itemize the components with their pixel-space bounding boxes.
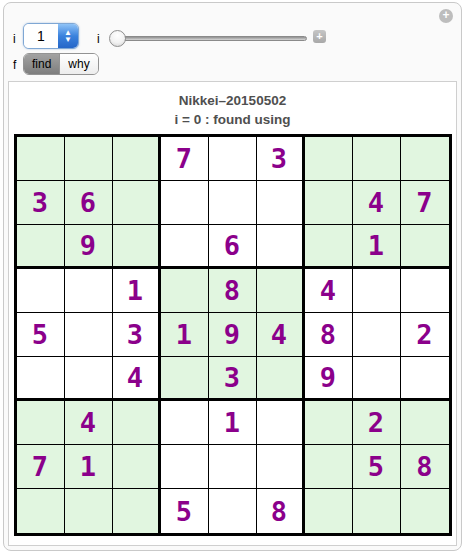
sudoku-cell: 4 — [65, 401, 113, 445]
sudoku-cell — [209, 181, 257, 225]
sudoku-cell: 5 — [353, 445, 401, 489]
sudoku-cell — [65, 357, 113, 401]
sudoku-cell — [209, 137, 257, 181]
sudoku-cell: 7 — [161, 137, 209, 181]
sudoku-cell — [353, 313, 401, 357]
sudoku-cell — [305, 401, 353, 445]
sudoku-cell — [113, 137, 161, 181]
sudoku-cell: 2 — [401, 313, 449, 357]
sudoku-cell: 9 — [305, 357, 353, 401]
slider-label: i — [97, 32, 100, 46]
sudoku-cell — [305, 225, 353, 269]
sudoku-cell — [401, 401, 449, 445]
sudoku-cell — [161, 445, 209, 489]
setter-label: f — [13, 58, 16, 72]
puzzle-title: Nikkei–20150502 — [9, 93, 456, 108]
sudoku-cell: 7 — [401, 181, 449, 225]
sudoku-cell — [17, 137, 65, 181]
function-setter-bar[interactable]: find why — [23, 53, 99, 75]
stepper-down-icon[interactable]: ▼ — [64, 36, 72, 43]
sudoku-cell — [257, 181, 305, 225]
sudoku-cell — [113, 181, 161, 225]
sudoku-cell — [257, 225, 305, 269]
sudoku-cell — [305, 137, 353, 181]
sudoku-cell: 9 — [65, 225, 113, 269]
index-slider[interactable] — [111, 36, 307, 41]
sudoku-cell: 3 — [17, 181, 65, 225]
sudoku-cell — [65, 137, 113, 181]
sudoku-cell — [401, 357, 449, 401]
sudoku-cell — [401, 225, 449, 269]
stepper-arrows[interactable]: ▲ ▼ — [58, 24, 78, 48]
sudoku-cell — [353, 269, 401, 313]
sudoku-cell — [17, 357, 65, 401]
sudoku-cell — [161, 181, 209, 225]
manipulate-window: i 1 ▲ ▼ i + f find why + Nikkei–20150502… — [3, 2, 462, 551]
sudoku-cell: 3 — [257, 137, 305, 181]
sudoku-cell: 1 — [353, 225, 401, 269]
sudoku-cell: 8 — [257, 489, 305, 533]
sudoku-cell: 3 — [113, 313, 161, 357]
index-stepper[interactable]: 1 ▲ ▼ — [23, 23, 79, 49]
sudoku-cell — [65, 489, 113, 533]
sudoku-cell: 4 — [353, 181, 401, 225]
sudoku-cell — [257, 445, 305, 489]
sudoku-cell: 5 — [161, 489, 209, 533]
sudoku-cell — [17, 225, 65, 269]
find-button[interactable]: find — [24, 54, 60, 74]
sudoku-cell: 4 — [305, 269, 353, 313]
manipulate-options-icon[interactable]: + — [439, 9, 453, 23]
output-panel: Nikkei–20150502 i = 0 : found using 7336… — [8, 81, 457, 546]
sudoku-cell: 2 — [353, 401, 401, 445]
sudoku-cell: 4 — [113, 357, 161, 401]
stepper-value: 1 — [24, 24, 58, 48]
sudoku-cell — [305, 445, 353, 489]
sudoku-cell: 9 — [209, 313, 257, 357]
sudoku-cell: 8 — [401, 445, 449, 489]
sudoku-cell: 3 — [209, 357, 257, 401]
sudoku-cell: 1 — [65, 445, 113, 489]
sudoku-cell — [353, 137, 401, 181]
sudoku-cell — [305, 181, 353, 225]
sudoku-cell — [65, 313, 113, 357]
sudoku-cell — [161, 401, 209, 445]
sudoku-cell — [257, 269, 305, 313]
sudoku-cell — [113, 489, 161, 533]
sudoku-cell — [257, 357, 305, 401]
sudoku-cell — [161, 269, 209, 313]
sudoku-cell — [257, 401, 305, 445]
slider-expand-button[interactable]: + — [313, 30, 326, 43]
sudoku-cell — [209, 489, 257, 533]
sudoku-cell: 8 — [305, 313, 353, 357]
slider-thumb[interactable] — [109, 30, 126, 47]
sudoku-cell: 7 — [17, 445, 65, 489]
sudoku-cell — [209, 445, 257, 489]
sudoku-cell: 4 — [257, 313, 305, 357]
sudoku-cell — [353, 357, 401, 401]
sudoku-cell — [353, 489, 401, 533]
sudoku-cell: 8 — [209, 269, 257, 313]
puzzle-subtitle: i = 0 : found using — [9, 112, 456, 127]
sudoku-cell — [113, 401, 161, 445]
why-button[interactable]: why — [60, 54, 97, 74]
sudoku-cell — [17, 489, 65, 533]
sudoku-grid: 7336479611845319482439412715858 — [14, 134, 452, 536]
sudoku-cell — [401, 137, 449, 181]
grid-wrapper: 7336479611845319482439412715858 — [9, 134, 456, 536]
sudoku-cell — [17, 401, 65, 445]
sudoku-cell — [113, 225, 161, 269]
sudoku-cell: 1 — [161, 313, 209, 357]
sudoku-cell — [65, 269, 113, 313]
sudoku-cell — [17, 269, 65, 313]
sudoku-cell — [401, 269, 449, 313]
sudoku-cell: 5 — [17, 313, 65, 357]
sudoku-cell — [305, 489, 353, 533]
sudoku-cell — [161, 357, 209, 401]
sudoku-cell — [401, 489, 449, 533]
sudoku-cell: 1 — [113, 269, 161, 313]
sudoku-cell — [113, 445, 161, 489]
sudoku-cell — [161, 225, 209, 269]
stepper-label: i — [13, 32, 16, 46]
sudoku-cell: 1 — [209, 401, 257, 445]
sudoku-cell: 6 — [209, 225, 257, 269]
sudoku-cell: 6 — [65, 181, 113, 225]
